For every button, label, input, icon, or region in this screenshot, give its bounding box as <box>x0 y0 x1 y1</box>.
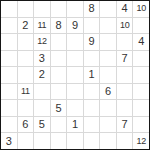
cell-r9c5[interactable] <box>67 133 83 149</box>
cell-r4c7[interactable] <box>100 51 116 67</box>
cell-r4c3-clue-3[interactable]: 3 <box>34 51 50 67</box>
cell-r3c7[interactable] <box>100 34 116 50</box>
cell-r2c9[interactable] <box>133 18 149 34</box>
cell-r5c7[interactable] <box>100 67 116 83</box>
cell-r5c6-clue-1[interactable]: 1 <box>84 67 100 83</box>
cell-r8c7[interactable] <box>100 117 116 133</box>
cell-r2c5-clue-9[interactable]: 9 <box>67 18 83 34</box>
cell-r5c5[interactable] <box>67 67 83 83</box>
cell-r6c2-clue-11[interactable]: 11 <box>18 84 34 100</box>
cell-r3c4[interactable] <box>51 34 67 50</box>
cell-r3c2[interactable] <box>18 34 34 50</box>
cell-r9c8[interactable] <box>117 133 133 149</box>
cell-r2c2-clue-2[interactable]: 2 <box>18 18 34 34</box>
cell-r4c2[interactable] <box>18 51 34 67</box>
cell-r8c8-clue-7[interactable]: 7 <box>117 117 133 133</box>
cell-r7c9[interactable] <box>133 100 149 116</box>
cell-r5c4[interactable] <box>51 67 67 83</box>
cell-r9c1-clue-3[interactable]: 3 <box>1 133 17 149</box>
cell-r1c1[interactable] <box>1 1 17 17</box>
cell-r7c8[interactable] <box>117 100 133 116</box>
cell-r3c8[interactable] <box>117 34 133 50</box>
cell-r9c3[interactable] <box>34 133 50 149</box>
cell-r7c3[interactable] <box>34 100 50 116</box>
cell-r9c4[interactable] <box>51 133 67 149</box>
cell-r3c6-clue-9[interactable]: 9 <box>84 34 100 50</box>
cell-r1c3[interactable] <box>34 1 50 17</box>
cell-r5c9[interactable] <box>133 67 149 83</box>
cell-r8c9[interactable] <box>133 117 149 133</box>
cell-r7c5[interactable] <box>67 100 83 116</box>
cell-r1c2[interactable] <box>18 1 34 17</box>
cell-r6c9[interactable] <box>133 84 149 100</box>
cell-r1c9-clue-10[interactable]: 10 <box>133 1 149 17</box>
cell-r1c8-clue-4[interactable]: 4 <box>117 1 133 17</box>
cell-r2c8-clue-10[interactable]: 10 <box>117 18 133 34</box>
cell-r4c4[interactable] <box>51 51 67 67</box>
cell-r4c5[interactable] <box>67 51 83 67</box>
cell-r6c5[interactable] <box>67 84 83 100</box>
cell-r7c4-clue-5[interactable]: 5 <box>51 100 67 116</box>
cell-r7c7[interactable] <box>100 100 116 116</box>
cell-r1c6-clue-8[interactable]: 8 <box>84 1 100 17</box>
cell-r5c3-clue-2[interactable]: 2 <box>34 67 50 83</box>
cell-r9c9-clue-12[interactable]: 12 <box>133 133 149 149</box>
cell-r2c3-clue-11[interactable]: 11 <box>34 18 50 34</box>
cell-r6c3[interactable] <box>34 84 50 100</box>
cell-r6c8[interactable] <box>117 84 133 100</box>
cell-r3c3-clue-12[interactable]: 12 <box>34 34 50 50</box>
cell-r8c1[interactable] <box>1 117 17 133</box>
cell-r9c2[interactable] <box>18 133 34 149</box>
cell-r9c6[interactable] <box>84 133 100 149</box>
cell-r8c4[interactable] <box>51 117 67 133</box>
cell-r3c9-clue-4[interactable]: 4 <box>133 34 149 50</box>
cell-r8c6[interactable] <box>84 117 100 133</box>
cell-r4c8-clue-7[interactable]: 7 <box>117 51 133 67</box>
cell-r6c6[interactable] <box>84 84 100 100</box>
cell-r8c5-clue-1[interactable]: 1 <box>67 117 83 133</box>
cell-r6c4[interactable] <box>51 84 67 100</box>
cell-r1c7[interactable] <box>100 1 116 17</box>
cell-r3c5[interactable] <box>67 34 83 50</box>
cell-r7c1[interactable] <box>1 100 17 116</box>
cell-r7c2[interactable] <box>18 100 34 116</box>
cell-r9c7[interactable] <box>100 133 116 149</box>
cell-r2c1[interactable] <box>1 18 17 34</box>
cell-r3c1[interactable] <box>1 34 17 50</box>
cell-r1c4[interactable] <box>51 1 67 17</box>
puzzle-board: 841021189101294372111656517312 <box>0 0 150 150</box>
cell-r2c7[interactable] <box>100 18 116 34</box>
cell-r8c3-clue-5[interactable]: 5 <box>34 117 50 133</box>
cell-r6c1[interactable] <box>1 84 17 100</box>
cell-r5c1[interactable] <box>1 67 17 83</box>
cell-r2c4-clue-8[interactable]: 8 <box>51 18 67 34</box>
cell-r7c6[interactable] <box>84 100 100 116</box>
cell-r2c6[interactable] <box>84 18 100 34</box>
cell-r5c8[interactable] <box>117 67 133 83</box>
cell-r6c7-clue-6[interactable]: 6 <box>100 84 116 100</box>
cell-r4c9[interactable] <box>133 51 149 67</box>
cell-r1c5[interactable] <box>67 1 83 17</box>
cell-r4c6[interactable] <box>84 51 100 67</box>
cell-r5c2[interactable] <box>18 67 34 83</box>
cell-r8c2-clue-6[interactable]: 6 <box>18 117 34 133</box>
cell-r4c1[interactable] <box>1 51 17 67</box>
